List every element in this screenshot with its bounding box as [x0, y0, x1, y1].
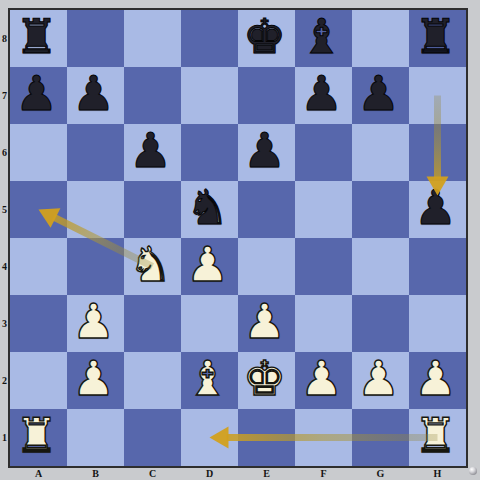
piece-black-pawn[interactable]: ♟ — [8, 65, 65, 122]
square-d8[interactable] — [181, 10, 238, 67]
piece-white-pawn[interactable]: ♟ — [236, 293, 293, 350]
rank-label-8: 8 — [0, 10, 9, 67]
square-a5[interactable] — [10, 181, 67, 238]
square-f5[interactable] — [295, 181, 352, 238]
square-a3[interactable] — [10, 295, 67, 352]
file-label-c: C — [124, 468, 181, 480]
square-f1[interactable] — [295, 409, 352, 466]
square-f3[interactable] — [295, 295, 352, 352]
piece-white-rook[interactable]: ♜ — [407, 407, 464, 464]
square-c5[interactable] — [124, 181, 181, 238]
square-e5[interactable] — [238, 181, 295, 238]
square-e1[interactable] — [238, 409, 295, 466]
piece-white-pawn[interactable]: ♟ — [350, 350, 407, 407]
file-label-b: B — [67, 468, 124, 480]
square-e4[interactable] — [238, 238, 295, 295]
square-b1[interactable] — [67, 409, 124, 466]
piece-white-rook[interactable]: ♜ — [8, 407, 65, 464]
board: ♜♚♝♜♟♟♟♟♟♟♞♟♞♟♟♟♟♝♚♟♟♟♜♜ — [8, 8, 468, 468]
square-e7[interactable] — [238, 67, 295, 124]
square-b5[interactable] — [67, 181, 124, 238]
square-b4[interactable] — [67, 238, 124, 295]
square-f4[interactable] — [295, 238, 352, 295]
square-h6[interactable] — [409, 124, 466, 181]
file-label-g: G — [352, 468, 409, 480]
square-c7[interactable] — [124, 67, 181, 124]
piece-white-pawn[interactable]: ♟ — [407, 350, 464, 407]
file-label-d: D — [181, 468, 238, 480]
square-b6[interactable] — [67, 124, 124, 181]
rank-label-6: 6 — [0, 124, 9, 181]
square-a2[interactable] — [10, 352, 67, 409]
piece-white-bishop[interactable]: ♝ — [179, 350, 236, 407]
rank-label-4: 4 — [0, 238, 9, 295]
square-h7[interactable] — [409, 67, 466, 124]
square-d6[interactable] — [181, 124, 238, 181]
square-c2[interactable] — [124, 352, 181, 409]
file-label-a: A — [10, 468, 67, 480]
piece-white-knight[interactable]: ♞ — [122, 236, 179, 293]
piece-black-pawn[interactable]: ♟ — [293, 65, 350, 122]
piece-white-pawn[interactable]: ♟ — [179, 236, 236, 293]
square-g3[interactable] — [352, 295, 409, 352]
file-label-h: H — [409, 468, 466, 480]
piece-black-pawn[interactable]: ♟ — [350, 65, 407, 122]
square-h3[interactable] — [409, 295, 466, 352]
square-h4[interactable] — [409, 238, 466, 295]
piece-white-king[interactable]: ♚ — [236, 350, 293, 407]
file-label-f: F — [295, 468, 352, 480]
rank-label-7: 7 — [0, 67, 9, 124]
square-c1[interactable] — [124, 409, 181, 466]
piece-black-pawn[interactable]: ♟ — [122, 122, 179, 179]
square-g6[interactable] — [352, 124, 409, 181]
square-b8[interactable] — [67, 10, 124, 67]
chess-diagram: ♜♚♝♜♟♟♟♟♟♟♞♟♞♟♟♟♟♝♚♟♟♟♜♜ 87654321 ABCDEF… — [0, 0, 480, 480]
piece-white-pawn[interactable]: ♟ — [65, 350, 122, 407]
file-label-e: E — [238, 468, 295, 480]
square-a6[interactable] — [10, 124, 67, 181]
rank-label-1: 1 — [0, 409, 9, 466]
square-d1[interactable] — [181, 409, 238, 466]
rank-label-3: 3 — [0, 295, 9, 352]
rank-label-2: 2 — [0, 352, 9, 409]
piece-black-pawn[interactable]: ♟ — [236, 122, 293, 179]
square-g8[interactable] — [352, 10, 409, 67]
piece-white-pawn[interactable]: ♟ — [293, 350, 350, 407]
resize-handle-sphere-icon[interactable] — [469, 467, 477, 475]
square-g1[interactable] — [352, 409, 409, 466]
square-d3[interactable] — [181, 295, 238, 352]
piece-black-knight[interactable]: ♞ — [179, 179, 236, 236]
piece-black-bishop[interactable]: ♝ — [293, 8, 350, 65]
square-d7[interactable] — [181, 67, 238, 124]
piece-black-rook[interactable]: ♜ — [8, 8, 65, 65]
square-c3[interactable] — [124, 295, 181, 352]
piece-black-rook[interactable]: ♜ — [407, 8, 464, 65]
square-a4[interactable] — [10, 238, 67, 295]
piece-white-pawn[interactable]: ♟ — [65, 293, 122, 350]
rank-label-5: 5 — [0, 181, 9, 238]
piece-black-pawn[interactable]: ♟ — [407, 179, 464, 236]
square-g5[interactable] — [352, 181, 409, 238]
piece-black-king[interactable]: ♚ — [236, 8, 293, 65]
square-g4[interactable] — [352, 238, 409, 295]
square-c8[interactable] — [124, 10, 181, 67]
square-f6[interactable] — [295, 124, 352, 181]
piece-black-pawn[interactable]: ♟ — [65, 65, 122, 122]
